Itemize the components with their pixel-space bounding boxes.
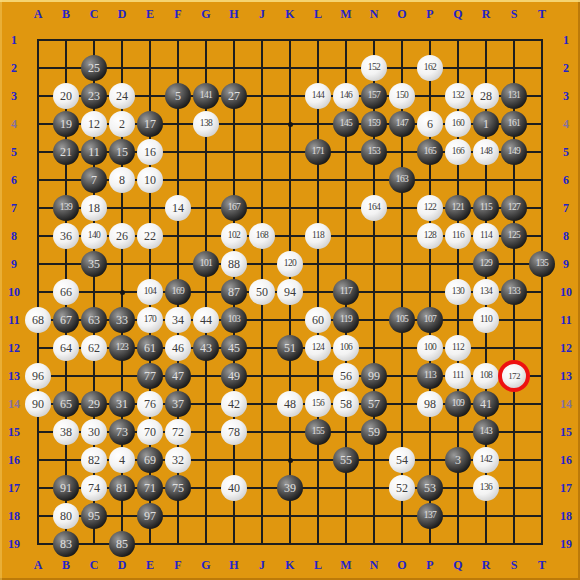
- move-number: 44: [200, 314, 212, 326]
- move-number: 45: [228, 342, 240, 354]
- move-number: 51: [284, 342, 296, 354]
- column-label-top-N: N: [370, 7, 379, 22]
- column-label-top-M: M: [340, 7, 351, 22]
- stone-white-4[interactable]: 4: [109, 447, 135, 473]
- stone-white-10[interactable]: 10: [137, 167, 163, 193]
- move-number: 164: [368, 203, 380, 213]
- stone-black-115[interactable]: 115: [473, 195, 499, 221]
- row-label-right-8: 8: [563, 229, 569, 244]
- stone-black-77[interactable]: 77: [137, 363, 163, 389]
- stone-white-30[interactable]: 30: [81, 419, 107, 445]
- stone-black-119[interactable]: 119: [333, 307, 359, 333]
- stone-white-168[interactable]: 168: [249, 223, 275, 249]
- stone-white-6[interactable]: 6: [417, 111, 443, 137]
- move-number: 160: [452, 119, 464, 129]
- move-number: 128: [424, 231, 436, 241]
- stone-white-128[interactable]: 128: [417, 223, 443, 249]
- stone-black-47[interactable]: 47: [165, 363, 191, 389]
- stone-white-150[interactable]: 150: [389, 83, 415, 109]
- stone-white-34[interactable]: 34: [165, 307, 191, 333]
- stone-white-142[interactable]: 142: [473, 447, 499, 473]
- move-number: 88: [228, 258, 240, 270]
- stone-white-130[interactable]: 130: [445, 279, 471, 305]
- move-number: 40: [228, 482, 240, 494]
- move-number: 135: [536, 259, 548, 269]
- stone-white-56[interactable]: 56: [333, 363, 359, 389]
- column-label-top-G: G: [201, 7, 210, 22]
- column-label-bottom-N: N: [370, 558, 379, 573]
- stone-white-162[interactable]: 162: [417, 55, 443, 81]
- move-number: 167: [228, 203, 240, 213]
- stone-black-1[interactable]: 1: [473, 111, 499, 137]
- stone-white-146[interactable]: 146: [333, 83, 359, 109]
- move-number: 36: [60, 230, 72, 242]
- column-label-top-J: J: [259, 7, 265, 22]
- stone-black-19[interactable]: 19: [53, 111, 79, 137]
- column-label-bottom-M: M: [340, 558, 351, 573]
- stone-white-111[interactable]: 111: [445, 363, 471, 389]
- move-number: 119: [340, 315, 352, 325]
- move-number: 48: [284, 398, 296, 410]
- stone-white-16[interactable]: 16: [137, 139, 163, 165]
- move-number: 161: [508, 119, 520, 129]
- stone-white-32[interactable]: 32: [165, 447, 191, 473]
- stone-black-157[interactable]: 157: [361, 83, 387, 109]
- move-number: 123: [116, 343, 128, 353]
- move-number: 108: [480, 371, 492, 381]
- stone-white-44[interactable]: 44: [193, 307, 219, 333]
- move-number: 130: [452, 287, 464, 297]
- column-label-top-C: C: [90, 7, 99, 22]
- column-label-top-O: O: [397, 7, 406, 22]
- move-number: 163: [396, 175, 408, 185]
- stone-white-72[interactable]: 72: [165, 419, 191, 445]
- stone-black-15[interactable]: 15: [109, 139, 135, 165]
- stone-black-161[interactable]: 161: [501, 111, 527, 137]
- move-number: 43: [200, 342, 212, 354]
- row-label-left-15: 15: [8, 425, 20, 440]
- stone-black-81[interactable]: 81: [109, 475, 135, 501]
- stone-white-152[interactable]: 152: [361, 55, 387, 81]
- stone-black-83[interactable]: 83: [53, 531, 79, 557]
- row-label-right-5: 5: [563, 145, 569, 160]
- column-label-top-F: F: [174, 7, 181, 22]
- column-label-bottom-Q: Q: [453, 558, 462, 573]
- move-number: 2: [119, 118, 125, 130]
- stone-white-70[interactable]: 70: [137, 419, 163, 445]
- move-number: 71: [144, 482, 156, 494]
- grid-line-horizontal: [37, 515, 543, 517]
- stone-white-58[interactable]: 58: [333, 391, 359, 417]
- stone-black-145[interactable]: 145: [333, 111, 359, 137]
- stone-white-42[interactable]: 42: [221, 391, 247, 417]
- row-label-right-15: 15: [560, 425, 572, 440]
- column-label-bottom-K: K: [285, 558, 294, 573]
- stone-white-14[interactable]: 14: [165, 195, 191, 221]
- move-number: 145: [340, 119, 352, 129]
- stone-white-78[interactable]: 78: [221, 419, 247, 445]
- stone-black-71[interactable]: 71: [137, 475, 163, 501]
- move-number: 25: [88, 62, 100, 74]
- move-number: 38: [60, 426, 72, 438]
- column-label-top-B: B: [62, 7, 70, 22]
- stone-black-147[interactable]: 147: [389, 111, 415, 137]
- stone-white-36[interactable]: 36: [53, 223, 79, 249]
- stone-black-41[interactable]: 41: [473, 391, 499, 417]
- stone-white-74[interactable]: 74: [81, 475, 107, 501]
- stone-black-99[interactable]: 99: [361, 363, 387, 389]
- move-number: 113: [424, 371, 436, 381]
- stone-black-137[interactable]: 137: [417, 503, 443, 529]
- stone-black-11[interactable]: 11: [81, 139, 107, 165]
- stone-black-35[interactable]: 35: [81, 251, 107, 277]
- star-point: [120, 290, 125, 295]
- stone-white-28[interactable]: 28: [473, 83, 499, 109]
- stone-black-163[interactable]: 163: [389, 167, 415, 193]
- column-label-bottom-O: O: [397, 558, 406, 573]
- column-label-top-R: R: [482, 7, 491, 22]
- move-number: 83: [60, 538, 72, 550]
- stone-white-48[interactable]: 48: [277, 391, 303, 417]
- row-label-right-6: 6: [563, 173, 569, 188]
- row-label-left-6: 6: [11, 173, 17, 188]
- move-number: 46: [172, 342, 184, 354]
- stone-black-155[interactable]: 155: [305, 419, 331, 445]
- move-number: 82: [88, 454, 100, 466]
- stone-black-121[interactable]: 121: [445, 195, 471, 221]
- stone-white-116[interactable]: 116: [445, 223, 471, 249]
- stone-white-140[interactable]: 140: [81, 223, 107, 249]
- stone-white-112[interactable]: 112: [445, 335, 471, 361]
- stone-white-138[interactable]: 138: [193, 111, 219, 137]
- stone-white-124[interactable]: 124: [305, 335, 331, 361]
- stone-white-106[interactable]: 106: [333, 335, 359, 361]
- column-label-bottom-C: C: [90, 558, 99, 573]
- move-number: 116: [452, 231, 464, 241]
- stone-white-136[interactable]: 136: [473, 475, 499, 501]
- move-number: 19: [60, 118, 72, 130]
- stone-white-50[interactable]: 50: [249, 279, 275, 305]
- move-number: 112: [452, 343, 464, 353]
- move-number: 171: [312, 147, 324, 157]
- stone-white-102[interactable]: 102: [221, 223, 247, 249]
- stone-black-103[interactable]: 103: [221, 307, 247, 333]
- move-number: 35: [88, 258, 100, 270]
- stone-white-134[interactable]: 134: [473, 279, 499, 305]
- stone-white-104[interactable]: 104: [137, 279, 163, 305]
- stone-black-57[interactable]: 57: [361, 391, 387, 417]
- stone-black-141[interactable]: 141: [193, 83, 219, 109]
- stone-white-26[interactable]: 26: [109, 223, 135, 249]
- move-number: 4: [119, 454, 125, 466]
- stone-white-76[interactable]: 76: [137, 391, 163, 417]
- stone-white-120[interactable]: 120: [277, 251, 303, 277]
- stone-black-65[interactable]: 65: [53, 391, 79, 417]
- stone-white-20[interactable]: 20: [53, 83, 79, 109]
- stone-black-63[interactable]: 63: [81, 307, 107, 333]
- stone-black-105[interactable]: 105: [389, 307, 415, 333]
- move-number: 91: [60, 482, 72, 494]
- stone-black-45[interactable]: 45: [221, 335, 247, 361]
- stone-black-95[interactable]: 95: [81, 503, 107, 529]
- move-number: 103: [228, 315, 240, 325]
- move-number: 140: [88, 231, 100, 241]
- move-number: 87: [228, 286, 240, 298]
- move-number: 155: [312, 427, 324, 437]
- row-label-right-7: 7: [563, 201, 569, 216]
- stone-white-80[interactable]: 80: [53, 503, 79, 529]
- stone-black-37[interactable]: 37: [165, 391, 191, 417]
- stone-black-67[interactable]: 67: [53, 307, 79, 333]
- go-board[interactable]: AABBCCDDEEFFGGHHJJKKLLMMNNOOPPQQRRSSTT11…: [0, 0, 580, 580]
- move-number: 17: [144, 118, 156, 130]
- column-label-top-K: K: [285, 7, 294, 22]
- move-number: 146: [340, 91, 352, 101]
- move-number: 73: [116, 426, 128, 438]
- stone-black-153[interactable]: 153: [361, 139, 387, 165]
- move-number: 109: [452, 399, 464, 409]
- stone-black-73[interactable]: 73: [109, 419, 135, 445]
- stone-white-22[interactable]: 22: [137, 223, 163, 249]
- stone-black-123[interactable]: 123: [109, 335, 135, 361]
- move-number: 115: [480, 203, 492, 213]
- row-label-right-14: 14: [560, 397, 572, 412]
- stone-white-46[interactable]: 46: [165, 335, 191, 361]
- stone-white-144[interactable]: 144: [305, 83, 331, 109]
- move-number: 81: [116, 482, 128, 494]
- stone-black-135[interactable]: 135: [529, 251, 555, 277]
- move-number: 76: [144, 398, 156, 410]
- star-point: [288, 458, 293, 463]
- row-label-left-18: 18: [8, 509, 20, 524]
- stone-white-108[interactable]: 108: [473, 363, 499, 389]
- column-label-top-D: D: [118, 7, 127, 22]
- stone-white-82[interactable]: 82: [81, 447, 107, 473]
- stone-white-166[interactable]: 166: [445, 139, 471, 165]
- last-move-stone-white-172[interactable]: 172: [498, 360, 530, 392]
- move-number: 68: [32, 314, 44, 326]
- stone-white-148[interactable]: 148: [473, 139, 499, 165]
- move-number: 8: [119, 174, 125, 186]
- move-number: 159: [368, 119, 380, 129]
- move-number: 47: [172, 370, 184, 382]
- move-number: 21: [60, 146, 72, 158]
- row-label-right-2: 2: [563, 61, 569, 76]
- stone-white-52[interactable]: 52: [389, 475, 415, 501]
- stone-black-53[interactable]: 53: [417, 475, 443, 501]
- stone-black-91[interactable]: 91: [53, 475, 79, 501]
- move-number: 153: [368, 147, 380, 157]
- column-label-top-S: S: [511, 7, 518, 22]
- stone-black-129[interactable]: 129: [473, 251, 499, 277]
- stone-black-85[interactable]: 85: [109, 531, 135, 557]
- stone-black-5[interactable]: 5: [165, 83, 191, 109]
- move-number: 57: [368, 398, 380, 410]
- stone-black-33[interactable]: 33: [109, 307, 135, 333]
- stone-white-88[interactable]: 88: [221, 251, 247, 277]
- stone-white-66[interactable]: 66: [53, 279, 79, 305]
- stone-black-165[interactable]: 165: [417, 139, 443, 165]
- stone-black-55[interactable]: 55: [333, 447, 359, 473]
- stone-black-69[interactable]: 69: [137, 447, 163, 473]
- stone-black-109[interactable]: 109: [445, 391, 471, 417]
- stone-white-160[interactable]: 160: [445, 111, 471, 137]
- move-number: 15: [116, 146, 128, 158]
- stone-white-170[interactable]: 170: [137, 307, 163, 333]
- move-number: 168: [256, 231, 268, 241]
- stone-white-100[interactable]: 100: [417, 335, 443, 361]
- stone-white-114[interactable]: 114: [473, 223, 499, 249]
- move-number: 110: [480, 315, 492, 325]
- move-number: 120: [284, 259, 296, 269]
- stone-white-118[interactable]: 118: [305, 223, 331, 249]
- move-number: 16: [144, 146, 156, 158]
- move-number: 30: [88, 426, 100, 438]
- column-label-bottom-S: S: [511, 558, 518, 573]
- move-number: 129: [480, 259, 492, 269]
- stone-black-51[interactable]: 51: [277, 335, 303, 361]
- stone-black-29[interactable]: 29: [81, 391, 107, 417]
- stone-black-43[interactable]: 43: [193, 335, 219, 361]
- stone-white-8[interactable]: 8: [109, 167, 135, 193]
- stone-black-87[interactable]: 87: [221, 279, 247, 305]
- stone-white-38[interactable]: 38: [53, 419, 79, 445]
- stone-white-62[interactable]: 62: [81, 335, 107, 361]
- stone-black-127[interactable]: 127: [501, 195, 527, 221]
- row-label-left-9: 9: [11, 257, 17, 272]
- column-label-bottom-F: F: [174, 558, 181, 573]
- row-label-left-7: 7: [11, 201, 17, 216]
- move-number: 144: [312, 91, 324, 101]
- stone-white-98[interactable]: 98: [417, 391, 443, 417]
- move-number: 136: [480, 483, 492, 493]
- move-number: 96: [32, 370, 44, 382]
- stone-black-139[interactable]: 139: [53, 195, 79, 221]
- row-label-left-16: 16: [8, 453, 20, 468]
- stone-black-97[interactable]: 97: [137, 503, 163, 529]
- stone-white-68[interactable]: 68: [25, 307, 51, 333]
- move-number: 65: [60, 398, 72, 410]
- stone-black-131[interactable]: 131: [501, 83, 527, 109]
- stone-black-59[interactable]: 59: [361, 419, 387, 445]
- move-number: 12: [88, 118, 100, 130]
- move-number: 61: [144, 342, 156, 354]
- column-label-top-E: E: [146, 7, 154, 22]
- row-label-right-17: 17: [560, 481, 572, 496]
- stone-white-60[interactable]: 60: [305, 307, 331, 333]
- stone-black-49[interactable]: 49: [221, 363, 247, 389]
- move-number: 39: [284, 482, 296, 494]
- move-number: 105: [396, 315, 408, 325]
- move-number: 147: [396, 119, 408, 129]
- stone-white-90[interactable]: 90: [25, 391, 51, 417]
- stone-black-75[interactable]: 75: [165, 475, 191, 501]
- grid-line-vertical: [541, 39, 543, 545]
- stone-white-12[interactable]: 12: [81, 111, 107, 137]
- column-label-bottom-D: D: [118, 558, 127, 573]
- stone-white-64[interactable]: 64: [53, 335, 79, 361]
- stone-white-96[interactable]: 96: [25, 363, 51, 389]
- move-number: 139: [60, 203, 72, 213]
- stone-white-24[interactable]: 24: [109, 83, 135, 109]
- stone-black-3[interactable]: 3: [445, 447, 471, 473]
- stone-black-159[interactable]: 159: [361, 111, 387, 137]
- stone-black-125[interactable]: 125: [501, 223, 527, 249]
- stone-black-7[interactable]: 7: [81, 167, 107, 193]
- move-number: 107: [424, 315, 436, 325]
- move-number: 53: [424, 482, 436, 494]
- stone-black-23[interactable]: 23: [81, 83, 107, 109]
- column-label-bottom-J: J: [259, 558, 265, 573]
- stone-black-171[interactable]: 171: [305, 139, 331, 165]
- stone-white-132[interactable]: 132: [445, 83, 471, 109]
- stone-black-39[interactable]: 39: [277, 475, 303, 501]
- stone-black-117[interactable]: 117: [333, 279, 359, 305]
- stone-black-61[interactable]: 61: [137, 335, 163, 361]
- row-label-left-12: 12: [8, 341, 20, 356]
- move-number: 137: [424, 511, 436, 521]
- stone-black-169[interactable]: 169: [165, 279, 191, 305]
- stone-black-21[interactable]: 21: [53, 139, 79, 165]
- stone-white-122[interactable]: 122: [417, 195, 443, 221]
- move-number: 55: [340, 454, 352, 466]
- row-label-left-1: 1: [11, 33, 17, 48]
- stone-black-107[interactable]: 107: [417, 307, 443, 333]
- move-number: 32: [172, 454, 184, 466]
- stone-black-25[interactable]: 25: [81, 55, 107, 81]
- move-number: 142: [480, 455, 492, 465]
- move-number: 141: [200, 91, 212, 101]
- stone-white-40[interactable]: 40: [221, 475, 247, 501]
- stone-white-18[interactable]: 18: [81, 195, 107, 221]
- move-number: 28: [480, 90, 492, 102]
- column-label-bottom-G: G: [201, 558, 210, 573]
- move-number: 54: [396, 454, 408, 466]
- row-label-right-16: 16: [560, 453, 572, 468]
- move-number: 56: [340, 370, 352, 382]
- stone-black-133[interactable]: 133: [501, 279, 527, 305]
- row-label-right-18: 18: [560, 509, 572, 524]
- row-label-right-1: 1: [563, 33, 569, 48]
- move-number: 6: [427, 118, 433, 130]
- stone-black-167[interactable]: 167: [221, 195, 247, 221]
- stone-black-143[interactable]: 143: [473, 419, 499, 445]
- stone-white-164[interactable]: 164: [361, 195, 387, 221]
- move-number: 78: [228, 426, 240, 438]
- stone-black-149[interactable]: 149: [501, 139, 527, 165]
- column-label-bottom-B: B: [62, 558, 70, 573]
- stone-white-2[interactable]: 2: [109, 111, 135, 137]
- stone-black-27[interactable]: 27: [221, 83, 247, 109]
- column-label-bottom-E: E: [146, 558, 154, 573]
- move-number: 131: [508, 91, 520, 101]
- stone-black-31[interactable]: 31: [109, 391, 135, 417]
- move-number: 125: [508, 231, 520, 241]
- row-label-left-8: 8: [11, 229, 17, 244]
- stone-black-101[interactable]: 101: [193, 251, 219, 277]
- stone-white-54[interactable]: 54: [389, 447, 415, 473]
- move-number: 14: [172, 202, 184, 214]
- column-label-top-A: A: [34, 7, 43, 22]
- stone-white-110[interactable]: 110: [473, 307, 499, 333]
- stone-white-156[interactable]: 156: [305, 391, 331, 417]
- column-label-bottom-T: T: [538, 558, 546, 573]
- move-number: 22: [144, 230, 156, 242]
- stone-black-113[interactable]: 113: [417, 363, 443, 389]
- stone-black-17[interactable]: 17: [137, 111, 163, 137]
- move-number: 59: [368, 426, 380, 438]
- stone-white-94[interactable]: 94: [277, 279, 303, 305]
